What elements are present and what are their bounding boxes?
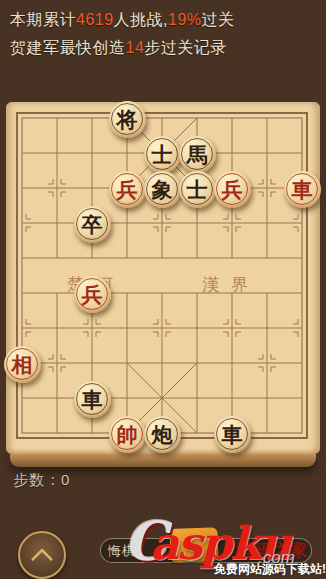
piece-black-advisor-2[interactable]: 士: [179, 171, 216, 208]
piece-black-advisor-1[interactable]: 士: [144, 136, 181, 173]
piece-glyph: 車: [292, 179, 313, 200]
piece-black-elephant[interactable]: 象: [144, 171, 181, 208]
record-suffix: 步过关记录: [144, 39, 227, 56]
piece-red-pawn-3[interactable]: 兵: [74, 276, 111, 313]
piece-grid: 将士馬兵象士兵車卒兵相車帥炮車: [5, 101, 320, 451]
piece-red-chariot[interactable]: 車: [284, 171, 321, 208]
piece-glyph: 炮: [152, 424, 173, 445]
piece-black-chariot-1[interactable]: 車: [74, 381, 111, 418]
chevron-up-icon: [31, 548, 54, 571]
piece-red-elephant[interactable]: 相: [4, 346, 41, 383]
piece-glyph: 兵: [82, 284, 103, 305]
stats-suffix: 过关: [202, 11, 235, 28]
record-steps: 14: [126, 39, 145, 56]
piece-glyph: 象: [152, 179, 173, 200]
piece-glyph: 車: [82, 389, 103, 410]
record-line: 贺建军最快创造14步过关记录: [10, 34, 235, 62]
challenge-stats-line: 本期累计4619人挑战,19%过关: [10, 6, 235, 34]
piece-glyph: 車: [222, 424, 243, 445]
piece-black-chariot-2[interactable]: 車: [214, 416, 251, 453]
step-counter: 步数：0: [13, 471, 70, 490]
piece-glyph: 士: [187, 179, 208, 200]
piece-glyph: 相: [12, 354, 33, 375]
step-counter-label: 步数：0: [13, 471, 70, 488]
piece-glyph: 馬: [187, 144, 208, 165]
piece-black-cannon[interactable]: 炮: [144, 416, 181, 453]
piece-glyph: 帥: [117, 424, 138, 445]
piece-black-horse[interactable]: 馬: [179, 136, 216, 173]
piece-red-pawn-2[interactable]: 兵: [214, 171, 251, 208]
undo-button[interactable]: 悔棋: [100, 538, 312, 563]
app-screen: 本期累计4619人挑战,19%过关 贺建军最快创造14步过关记录 楚河 漢界 将…: [0, 0, 326, 579]
stats-mid: 人挑战,: [114, 11, 168, 28]
piece-red-pawn-1[interactable]: 兵: [109, 171, 146, 208]
stats-prefix: 本期累计: [10, 11, 76, 28]
piece-glyph: 将: [117, 109, 138, 130]
header: 本期累计4619人挑战,19%过关 贺建军最快创造14步过关记录: [10, 6, 235, 62]
piece-glyph: 兵: [117, 179, 138, 200]
piece-glyph: 士: [152, 144, 173, 165]
record-prefix: 贺建军最快创造: [10, 39, 126, 56]
pass-rate: 19%: [168, 11, 202, 28]
piece-black-general[interactable]: 将: [109, 101, 146, 138]
challenger-count: 4619: [76, 11, 114, 28]
undo-button-label: 悔棋: [108, 542, 136, 560]
expand-button[interactable]: [18, 531, 66, 579]
piece-glyph: 兵: [222, 179, 243, 200]
piece-black-pawn[interactable]: 卒: [74, 206, 111, 243]
piece-glyph: 卒: [82, 214, 103, 235]
piece-red-general[interactable]: 帥: [109, 416, 146, 453]
